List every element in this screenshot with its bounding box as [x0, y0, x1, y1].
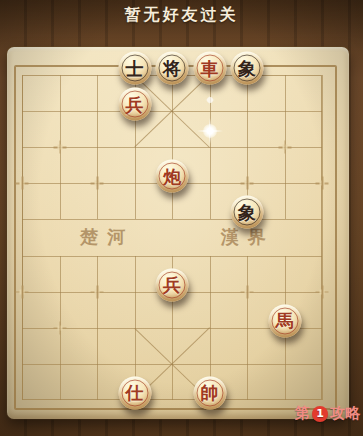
point-marker	[53, 321, 66, 334]
point-marker	[241, 177, 254, 190]
piece-glyph: 象	[238, 203, 256, 221]
point-marker	[16, 285, 29, 298]
piece-red-車[interactable]: 車	[193, 52, 226, 85]
watermark: 第 1 攻略	[295, 404, 360, 423]
river-label-right: 漢界	[212, 225, 275, 249]
piece-glyph: 象	[238, 59, 256, 77]
piece-red-兵[interactable]: 兵	[118, 88, 151, 121]
point-marker	[316, 285, 329, 298]
piece-red-馬[interactable]: 馬	[268, 304, 301, 337]
piece-glyph: 兵	[126, 95, 144, 113]
piece-glyph: 兵	[163, 276, 181, 294]
xiangqi-board[interactable]: 楚河 漢界 士将車象兵炮象兵馬仕帥	[22, 75, 322, 400]
watermark-prefix: 第	[295, 404, 310, 423]
watermark-suffix: 攻略	[330, 404, 360, 423]
piece-red-帥[interactable]: 帥	[193, 376, 226, 409]
piece-glyph: 車	[201, 59, 219, 77]
piece-black-士[interactable]: 士	[118, 52, 151, 85]
page-title: 暂无好友过关	[0, 5, 363, 26]
point-marker	[278, 141, 291, 154]
game-screen: 暂无好友过关 楚河 漢界 士将車象兵炮象兵馬仕帥 第 1 攻略	[0, 0, 363, 436]
piece-glyph: 帥	[201, 384, 219, 402]
point-marker	[16, 177, 29, 190]
river-label-left: 楚河	[71, 225, 134, 249]
piece-glyph: 炮	[163, 167, 181, 185]
piece-red-兵[interactable]: 兵	[156, 268, 189, 301]
piece-glyph: 士	[126, 59, 144, 77]
point-marker	[91, 285, 104, 298]
point-marker	[53, 141, 66, 154]
piece-black-将[interactable]: 将	[156, 52, 189, 85]
point-marker	[91, 177, 104, 190]
piece-glyph: 馬	[276, 312, 294, 330]
piece-red-炮[interactable]: 炮	[156, 160, 189, 193]
piece-red-仕[interactable]: 仕	[118, 376, 151, 409]
watermark-badge: 1	[312, 406, 328, 422]
point-marker	[241, 285, 254, 298]
piece-black-象[interactable]: 象	[231, 196, 264, 229]
point-marker	[316, 177, 329, 190]
piece-glyph: 仕	[126, 384, 144, 402]
piece-glyph: 将	[163, 59, 181, 77]
piece-black-象[interactable]: 象	[231, 52, 264, 85]
